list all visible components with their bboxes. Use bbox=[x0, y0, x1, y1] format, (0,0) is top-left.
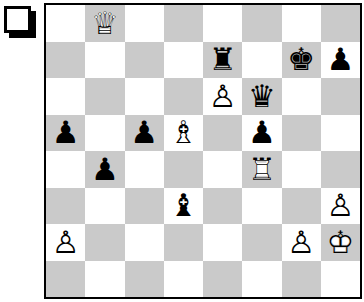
square-b2[interactable] bbox=[85, 224, 124, 261]
piece-fill-layer: ♟ bbox=[46, 224, 85, 261]
square-c6[interactable] bbox=[125, 78, 164, 115]
square-g6[interactable] bbox=[282, 78, 321, 115]
square-e6[interactable]: ♟♙ bbox=[203, 78, 242, 115]
square-b8[interactable]: ♛♕ bbox=[85, 5, 124, 42]
piece-black-king-icon: ♚ bbox=[282, 42, 321, 79]
square-g2[interactable]: ♟♙ bbox=[282, 224, 321, 261]
piece-black-bishop-icon: ♝ bbox=[164, 188, 203, 225]
piece-fill-layer: ♜ bbox=[242, 151, 281, 188]
chess-diagram-page: ♛♕♜♚♟♟♙♛♟♟♝♗♟♟♜♖♝♟♙♟♙♟♙♚♔ bbox=[0, 0, 364, 302]
square-g5[interactable] bbox=[282, 115, 321, 152]
piece-fill-layer: ♟ bbox=[321, 188, 360, 225]
square-d6[interactable] bbox=[164, 78, 203, 115]
piece-white-queen-icon: ♕ bbox=[85, 5, 124, 42]
piece-black-pawn-icon: ♟ bbox=[125, 115, 164, 152]
square-g4[interactable] bbox=[282, 151, 321, 188]
square-h7[interactable]: ♟ bbox=[321, 42, 360, 79]
square-e2[interactable] bbox=[203, 224, 242, 261]
square-g7[interactable]: ♚ bbox=[282, 42, 321, 79]
square-f7[interactable] bbox=[242, 42, 281, 79]
square-c7[interactable] bbox=[125, 42, 164, 79]
square-f5[interactable]: ♟ bbox=[242, 115, 281, 152]
square-h3[interactable]: ♟♙ bbox=[321, 188, 360, 225]
square-a1[interactable] bbox=[46, 261, 85, 298]
square-e4[interactable] bbox=[203, 151, 242, 188]
square-b5[interactable] bbox=[85, 115, 124, 152]
piece-black-rook-icon: ♜ bbox=[203, 42, 242, 79]
white-to-move-indicator bbox=[4, 6, 31, 33]
piece-white-rook-icon: ♖ bbox=[242, 151, 281, 188]
square-e5[interactable] bbox=[203, 115, 242, 152]
piece-black-queen-icon: ♛ bbox=[242, 78, 281, 115]
square-c1[interactable] bbox=[125, 261, 164, 298]
piece-white-pawn-icon: ♙ bbox=[282, 224, 321, 261]
square-g3[interactable] bbox=[282, 188, 321, 225]
square-e7[interactable]: ♜ bbox=[203, 42, 242, 79]
piece-black-pawn-icon: ♟ bbox=[242, 115, 281, 152]
square-f2[interactable] bbox=[242, 224, 281, 261]
square-d1[interactable] bbox=[164, 261, 203, 298]
square-c5[interactable]: ♟ bbox=[125, 115, 164, 152]
square-g1[interactable] bbox=[282, 261, 321, 298]
piece-black-pawn-icon: ♟ bbox=[85, 151, 124, 188]
square-e8[interactable] bbox=[203, 5, 242, 42]
square-f3[interactable] bbox=[242, 188, 281, 225]
square-f6[interactable]: ♛ bbox=[242, 78, 281, 115]
square-b1[interactable] bbox=[85, 261, 124, 298]
square-d3[interactable]: ♝ bbox=[164, 188, 203, 225]
square-a3[interactable] bbox=[46, 188, 85, 225]
piece-fill-layer: ♟ bbox=[203, 78, 242, 115]
square-a6[interactable] bbox=[46, 78, 85, 115]
square-c2[interactable] bbox=[125, 224, 164, 261]
square-a8[interactable] bbox=[46, 5, 85, 42]
square-c8[interactable] bbox=[125, 5, 164, 42]
piece-white-bishop-icon: ♗ bbox=[164, 115, 203, 152]
square-h6[interactable] bbox=[321, 78, 360, 115]
square-f1[interactable] bbox=[242, 261, 281, 298]
square-b4[interactable]: ♟ bbox=[85, 151, 124, 188]
piece-white-pawn-icon: ♙ bbox=[321, 188, 360, 225]
square-b7[interactable] bbox=[85, 42, 124, 79]
square-a4[interactable] bbox=[46, 151, 85, 188]
square-d7[interactable] bbox=[164, 42, 203, 79]
piece-white-pawn-icon: ♙ bbox=[46, 224, 85, 261]
piece-fill-layer: ♝ bbox=[164, 115, 203, 152]
square-h2[interactable]: ♚♔ bbox=[321, 224, 360, 261]
piece-black-pawn-icon: ♟ bbox=[321, 42, 360, 79]
piece-fill-layer: ♛ bbox=[85, 5, 124, 42]
square-g8[interactable] bbox=[282, 5, 321, 42]
piece-black-pawn-icon: ♟ bbox=[46, 115, 85, 152]
square-b3[interactable] bbox=[85, 188, 124, 225]
square-c4[interactable] bbox=[125, 151, 164, 188]
square-a7[interactable] bbox=[46, 42, 85, 79]
square-a2[interactable]: ♟♙ bbox=[46, 224, 85, 261]
square-e3[interactable] bbox=[203, 188, 242, 225]
piece-fill-layer: ♚ bbox=[321, 224, 360, 261]
square-c3[interactable] bbox=[125, 188, 164, 225]
chess-board: ♛♕♜♚♟♟♙♛♟♟♝♗♟♟♜♖♝♟♙♟♙♟♙♚♔ bbox=[44, 3, 362, 299]
square-h5[interactable] bbox=[321, 115, 360, 152]
square-a5[interactable]: ♟ bbox=[46, 115, 85, 152]
piece-white-king-icon: ♔ bbox=[321, 224, 360, 261]
square-h1[interactable] bbox=[321, 261, 360, 298]
square-d5[interactable]: ♝♗ bbox=[164, 115, 203, 152]
square-f4[interactable]: ♜♖ bbox=[242, 151, 281, 188]
piece-white-pawn-icon: ♙ bbox=[203, 78, 242, 115]
square-e1[interactable] bbox=[203, 261, 242, 298]
square-f8[interactable] bbox=[242, 5, 281, 42]
square-d4[interactable] bbox=[164, 151, 203, 188]
square-b6[interactable] bbox=[85, 78, 124, 115]
piece-fill-layer: ♟ bbox=[282, 224, 321, 261]
square-d2[interactable] bbox=[164, 224, 203, 261]
square-h8[interactable] bbox=[321, 5, 360, 42]
square-h4[interactable] bbox=[321, 151, 360, 188]
square-d8[interactable] bbox=[164, 5, 203, 42]
